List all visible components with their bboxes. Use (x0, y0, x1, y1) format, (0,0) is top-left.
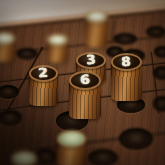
peg-top-face (11, 151, 37, 165)
pegs-layer: 3826 (0, 0, 165, 165)
sudoku-board-photo: 3826 (0, 0, 165, 165)
peg-blurred (0, 0, 165, 165)
